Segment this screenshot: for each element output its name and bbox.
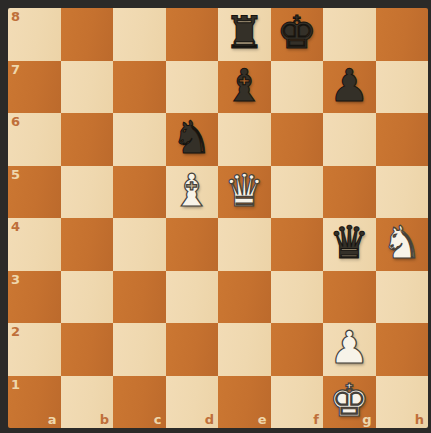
square-a1[interactable]: 1a [8,376,61,429]
square-c3[interactable] [113,271,166,324]
square-f7[interactable] [271,61,324,114]
rank-label-7: 7 [11,63,20,76]
square-c2[interactable] [113,323,166,376]
square-h3[interactable] [376,271,429,324]
board-frame: 8♜♚7♝♟6♞5♝♛4♛♞32♟1abcdefg♚h [0,0,431,433]
square-b6[interactable] [61,113,114,166]
square-e7[interactable]: ♝ [218,61,271,114]
file-label-d: d [205,413,214,426]
square-g7[interactable]: ♟ [323,61,376,114]
black-pawn-g7[interactable]: ♟ [323,61,376,114]
chess-board: 8♜♚7♝♟6♞5♝♛4♛♞32♟1abcdefg♚h [8,8,428,428]
square-d3[interactable] [166,271,219,324]
square-d2[interactable] [166,323,219,376]
square-e6[interactable] [218,113,271,166]
square-e5[interactable]: ♛ [218,166,271,219]
square-h2[interactable] [376,323,429,376]
square-d7[interactable] [166,61,219,114]
square-b3[interactable] [61,271,114,324]
rank-label-2: 2 [11,325,20,338]
square-h4[interactable]: ♞ [376,218,429,271]
file-label-e: e [258,413,267,426]
square-f1[interactable]: f [271,376,324,429]
rank-label-1: 1 [11,378,20,391]
square-g8[interactable] [323,8,376,61]
square-e2[interactable] [218,323,271,376]
file-label-a: a [48,413,57,426]
square-g5[interactable] [323,166,376,219]
square-b1[interactable]: b [61,376,114,429]
square-e4[interactable] [218,218,271,271]
square-h8[interactable] [376,8,429,61]
square-c4[interactable] [113,218,166,271]
white-queen-e5[interactable]: ♛ [218,166,271,219]
black-rook-e8[interactable]: ♜ [218,8,271,61]
square-g4[interactable]: ♛ [323,218,376,271]
file-label-b: b [100,413,109,426]
square-f3[interactable] [271,271,324,324]
square-g1[interactable]: g♚ [323,376,376,429]
black-knight-d6[interactable]: ♞ [166,113,219,166]
rank-label-6: 6 [11,115,20,128]
square-c1[interactable]: c [113,376,166,429]
square-h6[interactable] [376,113,429,166]
square-h5[interactable] [376,166,429,219]
square-f5[interactable] [271,166,324,219]
square-f2[interactable] [271,323,324,376]
square-a4[interactable]: 4 [8,218,61,271]
square-c8[interactable] [113,8,166,61]
square-c5[interactable] [113,166,166,219]
black-queen-g4[interactable]: ♛ [323,218,376,271]
square-d6[interactable]: ♞ [166,113,219,166]
square-b8[interactable] [61,8,114,61]
square-e1[interactable]: e [218,376,271,429]
rank-label-5: 5 [11,168,20,181]
square-b2[interactable] [61,323,114,376]
square-b7[interactable] [61,61,114,114]
square-d5[interactable]: ♝ [166,166,219,219]
white-bishop-d5[interactable]: ♝ [166,166,219,219]
square-h7[interactable] [376,61,429,114]
square-g3[interactable] [323,271,376,324]
file-label-c: c [154,413,162,426]
black-king-f8[interactable]: ♚ [271,8,324,61]
file-label-f: f [313,413,319,426]
file-label-h: h [415,413,424,426]
square-g6[interactable] [323,113,376,166]
square-d1[interactable]: d [166,376,219,429]
white-king-g1[interactable]: ♚ [323,376,376,429]
rank-label-4: 4 [11,220,20,233]
square-b4[interactable] [61,218,114,271]
square-c6[interactable] [113,113,166,166]
square-a5[interactable]: 5 [8,166,61,219]
white-knight-h4[interactable]: ♞ [376,218,429,271]
square-d8[interactable] [166,8,219,61]
square-f6[interactable] [271,113,324,166]
square-a3[interactable]: 3 [8,271,61,324]
square-a7[interactable]: 7 [8,61,61,114]
square-b5[interactable] [61,166,114,219]
square-d4[interactable] [166,218,219,271]
square-a6[interactable]: 6 [8,113,61,166]
square-f4[interactable] [271,218,324,271]
square-a2[interactable]: 2 [8,323,61,376]
square-e8[interactable]: ♜ [218,8,271,61]
square-f8[interactable]: ♚ [271,8,324,61]
rank-label-8: 8 [11,10,20,23]
square-c7[interactable] [113,61,166,114]
white-pawn-g2[interactable]: ♟ [323,323,376,376]
square-g2[interactable]: ♟ [323,323,376,376]
square-h1[interactable]: h [376,376,429,429]
square-a8[interactable]: 8 [8,8,61,61]
rank-label-3: 3 [11,273,20,286]
black-bishop-e7[interactable]: ♝ [218,61,271,114]
square-e3[interactable] [218,271,271,324]
